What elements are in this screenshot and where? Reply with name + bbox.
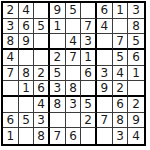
cell-r4c7[interactable]: [97, 50, 113, 66]
sudoku-board: 2495613365174889437542715678256341163892…: [1, 1, 150, 146]
cell-r9c6[interactable]: [81, 128, 97, 144]
cell-r3c8[interactable]: 7: [113, 34, 129, 50]
cell-r4c6[interactable]: 1: [81, 50, 97, 66]
cell-r2c7[interactable]: 4: [97, 19, 113, 35]
cell-r9c7[interactable]: [97, 128, 113, 144]
cell-r5c1[interactable]: 7: [3, 66, 19, 82]
cell-r2c6[interactable]: 7: [81, 19, 97, 35]
cell-r7c8[interactable]: 6: [113, 97, 129, 113]
cell-r2c9[interactable]: 8: [128, 19, 144, 35]
cell-r6c9[interactable]: [128, 81, 144, 97]
cell-r6c7[interactable]: 9: [97, 81, 113, 97]
cell-r6c1[interactable]: [3, 81, 19, 97]
cell-r1c9[interactable]: 3: [128, 3, 144, 19]
cell-r2c1[interactable]: 3: [3, 19, 19, 35]
cell-r7c3[interactable]: 4: [34, 97, 50, 113]
cell-r6c4[interactable]: 3: [50, 81, 66, 97]
cell-r8c6[interactable]: 2: [81, 113, 97, 129]
cell-r7c6[interactable]: 5: [81, 97, 97, 113]
cell-r4c8[interactable]: 5: [113, 50, 129, 66]
cell-r3c4[interactable]: [50, 34, 66, 50]
cell-r7c2[interactable]: [19, 97, 35, 113]
cell-r6c6[interactable]: [81, 81, 97, 97]
cell-r4c1[interactable]: 4: [3, 50, 19, 66]
cell-r3c1[interactable]: 8: [3, 34, 19, 50]
cell-r4c5[interactable]: 7: [66, 50, 82, 66]
cell-r5c6[interactable]: 6: [81, 66, 97, 82]
cell-r8c8[interactable]: 8: [113, 113, 129, 129]
cell-r9c4[interactable]: 7: [50, 128, 66, 144]
cell-r1c6[interactable]: [81, 3, 97, 19]
cell-r8c4[interactable]: [50, 113, 66, 129]
cell-r9c5[interactable]: 6: [66, 128, 82, 144]
cell-r6c8[interactable]: 2: [113, 81, 129, 97]
cell-r3c7[interactable]: [97, 34, 113, 50]
cell-r3c9[interactable]: 5: [128, 34, 144, 50]
cell-r1c3[interactable]: [34, 3, 50, 19]
sudoku-grid: 2495613365174889437542715678256341163892…: [1, 1, 146, 146]
cell-r5c4[interactable]: 5: [50, 66, 66, 82]
cell-r5c8[interactable]: 4: [113, 66, 129, 82]
cell-r1c8[interactable]: 1: [113, 3, 129, 19]
cell-r8c2[interactable]: 5: [19, 113, 35, 129]
cell-r3c3[interactable]: [34, 34, 50, 50]
cell-r8c9[interactable]: 9: [128, 113, 144, 129]
cell-r9c3[interactable]: 8: [34, 128, 50, 144]
cell-r5c3[interactable]: 2: [34, 66, 50, 82]
cell-r4c2[interactable]: [19, 50, 35, 66]
cell-r4c9[interactable]: 6: [128, 50, 144, 66]
cell-r1c4[interactable]: 9: [50, 3, 66, 19]
cell-r6c2[interactable]: 1: [19, 81, 35, 97]
cell-r4c3[interactable]: [34, 50, 50, 66]
cell-r5c2[interactable]: 8: [19, 66, 35, 82]
cell-r8c7[interactable]: 7: [97, 113, 113, 129]
cell-r5c5[interactable]: [66, 66, 82, 82]
cell-r5c9[interactable]: 1: [128, 66, 144, 82]
cell-r9c1[interactable]: 1: [3, 128, 19, 144]
cell-r6c3[interactable]: 6: [34, 81, 50, 97]
cell-r7c5[interactable]: 3: [66, 97, 82, 113]
cell-r6c5[interactable]: 8: [66, 81, 82, 97]
cell-r2c4[interactable]: 1: [50, 19, 66, 35]
cell-r7c1[interactable]: [3, 97, 19, 113]
cell-r3c2[interactable]: 9: [19, 34, 35, 50]
cell-r7c7[interactable]: [97, 97, 113, 113]
cell-r7c4[interactable]: 8: [50, 97, 66, 113]
cell-r1c7[interactable]: 6: [97, 3, 113, 19]
cell-r4c4[interactable]: 2: [50, 50, 66, 66]
cell-r2c3[interactable]: 5: [34, 19, 50, 35]
cell-r2c8[interactable]: [113, 19, 129, 35]
cell-r3c6[interactable]: 3: [81, 34, 97, 50]
cell-r9c9[interactable]: 4: [128, 128, 144, 144]
cell-r8c5[interactable]: [66, 113, 82, 129]
cell-r7c9[interactable]: 2: [128, 97, 144, 113]
cell-r1c1[interactable]: 2: [3, 3, 19, 19]
cell-r5c7[interactable]: 3: [97, 66, 113, 82]
cell-r1c5[interactable]: 5: [66, 3, 82, 19]
cell-r9c2[interactable]: [19, 128, 35, 144]
cell-r2c5[interactable]: [66, 19, 82, 35]
cell-r8c3[interactable]: 3: [34, 113, 50, 129]
cell-r2c2[interactable]: 6: [19, 19, 35, 35]
cell-r9c8[interactable]: 3: [113, 128, 129, 144]
cell-r3c5[interactable]: 4: [66, 34, 82, 50]
cell-r8c1[interactable]: 6: [3, 113, 19, 129]
cell-r1c2[interactable]: 4: [19, 3, 35, 19]
